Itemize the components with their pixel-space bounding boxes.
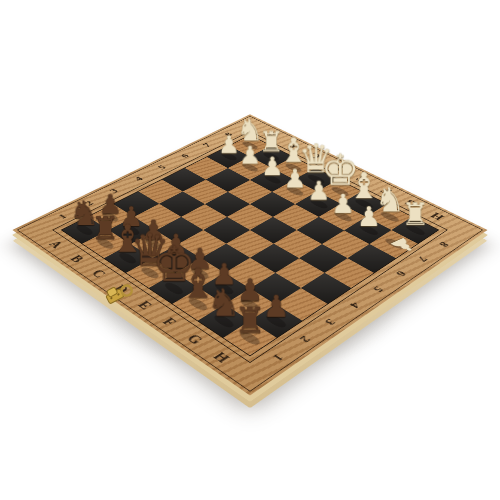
brass-clasp-icon bbox=[101, 278, 139, 308]
piece-white-pawn-g7: ♟ bbox=[348, 203, 388, 230]
product-photo: ABCDEFGH ABCDEFGH 87654321 87654321 ♞♜♝♛… bbox=[0, 0, 500, 500]
piece-dark-rook-h1: ♜ bbox=[227, 303, 273, 338]
